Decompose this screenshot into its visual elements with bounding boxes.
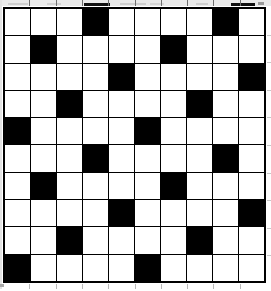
cell-r4c2-open[interactable] [31, 91, 56, 117]
cell-r8c3-open[interactable] [57, 200, 82, 226]
cell-r9c4-open[interactable] [83, 227, 108, 253]
cell-r8c8-open[interactable] [187, 200, 212, 226]
crossword-board-image [0, 0, 271, 291]
cell-r7c6-open[interactable] [135, 173, 160, 199]
tick-top-6 [161, 0, 162, 6]
cell-r10c1-block [5, 255, 30, 281]
cell-r10c9-open[interactable] [213, 255, 238, 281]
cell-r8c9-open[interactable] [213, 200, 238, 226]
strip-mark-7 [196, 3, 208, 5]
cell-r4c9-open[interactable] [213, 91, 238, 117]
cell-r10c8-open[interactable] [187, 255, 212, 281]
cell-r8c5-block [109, 200, 134, 226]
cell-r10c3-open[interactable] [57, 255, 82, 281]
tick-bottom-3 [82, 284, 83, 289]
cell-r8c4-open[interactable] [83, 200, 108, 226]
cell-r7c3-open[interactable] [57, 173, 82, 199]
cell-r7c2-block [31, 173, 56, 199]
tick-right-7 [267, 200, 271, 201]
tick-top-9 [240, 0, 241, 6]
cell-r1c7-open[interactable] [161, 9, 186, 35]
cell-r10c4-open[interactable] [83, 255, 108, 281]
tick-right-6 [267, 173, 271, 174]
tick-top-2 [56, 0, 57, 6]
cell-r3c4-open[interactable] [83, 64, 108, 90]
cell-r9c9-open[interactable] [213, 227, 238, 253]
cell-r4c1-open[interactable] [5, 91, 30, 117]
cell-r3c1-open[interactable] [5, 64, 30, 90]
cell-r6c6-open[interactable] [135, 145, 160, 171]
cell-r6c2-open[interactable] [31, 145, 56, 171]
cell-r7c9-open[interactable] [213, 173, 238, 199]
cell-r1c3-open[interactable] [57, 9, 82, 35]
strip-mark-4 [47, 3, 61, 5]
tick-bottom-6 [161, 284, 162, 289]
cell-r7c8-open[interactable] [187, 173, 212, 199]
cell-r2c6-open[interactable] [135, 36, 160, 62]
cell-r7c10-open[interactable] [239, 173, 264, 199]
tick-top-4 [108, 0, 109, 6]
cell-r9c5-open[interactable] [109, 227, 134, 253]
tick-right-9 [267, 255, 271, 256]
cell-r4c4-open[interactable] [83, 91, 108, 117]
cell-r3c3-open[interactable] [57, 64, 82, 90]
cell-r10c5-open[interactable] [109, 255, 134, 281]
cell-r4c10-open[interactable] [239, 91, 264, 117]
cell-r7c4-open[interactable] [83, 173, 108, 199]
tick-bottom-8 [213, 284, 214, 289]
tick-top-7 [187, 0, 188, 6]
left-edge-sliver [0, 0, 2, 289]
tick-right-8 [267, 228, 271, 229]
cell-r3c8-open[interactable] [187, 64, 212, 90]
strip-mark-1 [84, 3, 110, 6]
strip-mark-3 [8, 3, 28, 5]
cell-r7c5-open[interactable] [109, 173, 134, 199]
cell-r9c2-open[interactable] [31, 227, 56, 253]
cell-r5c10-open[interactable] [239, 118, 264, 144]
cell-r7c1-open[interactable] [5, 173, 30, 199]
cell-r1c8-open[interactable] [187, 9, 212, 35]
cell-r4c6-open[interactable] [135, 91, 160, 117]
cell-r5c4-open[interactable] [83, 118, 108, 144]
cell-r3c7-open[interactable] [161, 64, 186, 90]
cell-r6c7-open[interactable] [161, 145, 186, 171]
cell-r9c8-block [187, 227, 212, 253]
cell-r1c5-open[interactable] [109, 9, 134, 35]
cell-r4c8-block [187, 91, 212, 117]
cell-r2c1-open[interactable] [5, 36, 30, 62]
cell-r9c10-open[interactable] [239, 227, 264, 253]
cell-r1c4-block [83, 9, 108, 35]
cell-r1c10-open[interactable] [239, 9, 264, 35]
cell-r2c4-open[interactable] [83, 36, 108, 62]
cell-r6c9-block [213, 145, 238, 171]
cell-r9c6-open[interactable] [135, 227, 160, 253]
tick-bottom-7 [187, 284, 188, 289]
cell-r5c8-open[interactable] [187, 118, 212, 144]
strip-mark-8 [258, 2, 264, 5]
cell-r5c5-open[interactable] [109, 118, 134, 144]
tick-right-4 [267, 117, 271, 118]
cell-r5c9-open[interactable] [213, 118, 238, 144]
tick-top-3 [82, 0, 83, 6]
cell-r3c2-open[interactable] [31, 64, 56, 90]
cell-r2c8-open[interactable] [187, 36, 212, 62]
tick-bottom-9 [240, 284, 241, 289]
strip-mark-2 [231, 3, 255, 6]
cell-r6c4-block [83, 145, 108, 171]
cell-r8c2-open[interactable] [31, 200, 56, 226]
cell-r2c3-open[interactable] [57, 36, 82, 62]
cell-r9c3-block [57, 227, 82, 253]
cell-r6c1-open[interactable] [5, 145, 30, 171]
cell-r4c5-open[interactable] [109, 91, 134, 117]
cell-r2c7-block [161, 36, 186, 62]
cell-r1c9-block [213, 9, 238, 35]
tick-top-1 [29, 0, 30, 6]
tick-bottom-4 [108, 284, 109, 289]
cell-r8c10-block [239, 200, 264, 226]
tick-top-5 [135, 0, 136, 6]
cell-r10c2-open[interactable] [31, 255, 56, 281]
strip-mark-5 [120, 3, 146, 5]
tick-bottom-5 [135, 284, 136, 289]
cell-r6c8-open[interactable] [187, 145, 212, 171]
cell-r4c7-open[interactable] [161, 91, 186, 117]
crossword-grid [3, 7, 266, 283]
tick-bottom-1 [29, 284, 30, 289]
cell-r5c3-open[interactable] [57, 118, 82, 144]
cell-r6c3-open[interactable] [57, 145, 82, 171]
cell-r3c6-open[interactable] [135, 64, 160, 90]
tick-bottom-2 [56, 284, 57, 289]
tick-right-3 [267, 90, 271, 91]
tick-right-1 [267, 35, 271, 36]
cell-r3c10-block [239, 64, 264, 90]
cell-r8c1-open[interactable] [5, 200, 30, 226]
cell-r5c2-open[interactable] [31, 118, 56, 144]
cell-r5c6-block [135, 118, 160, 144]
cell-r1c2-open[interactable] [31, 9, 56, 35]
cell-r2c5-open[interactable] [109, 36, 134, 62]
cell-r3c5-block [109, 64, 134, 90]
cell-r4c3-block [57, 91, 82, 117]
cell-r10c10-open[interactable] [239, 255, 264, 281]
cell-r5c1-block [5, 118, 30, 144]
tick-top-8 [213, 0, 214, 6]
tick-right-5 [267, 145, 271, 146]
cell-r1c1-open[interactable] [5, 9, 30, 35]
cell-r10c6-block [135, 255, 160, 281]
cell-r5c7-open[interactable] [161, 118, 186, 144]
cell-r2c10-open[interactable] [239, 36, 264, 62]
cell-r3c9-open[interactable] [213, 64, 238, 90]
cell-r2c2-block [31, 36, 56, 62]
tick-right-2 [267, 62, 271, 63]
cell-r2c9-open[interactable] [213, 36, 238, 62]
cell-r10c7-open[interactable] [161, 255, 186, 281]
cell-r6c10-open[interactable] [239, 145, 264, 171]
cell-r7c7-block [161, 173, 186, 199]
cell-r9c1-open[interactable] [5, 227, 30, 253]
cell-r8c6-open[interactable] [135, 200, 160, 226]
cell-r9c7-open[interactable] [161, 227, 186, 253]
cell-r6c5-open[interactable] [109, 145, 134, 171]
bottom-left-corner-mark [0, 284, 4, 287]
cell-r8c7-open[interactable] [161, 200, 186, 226]
cell-r1c6-open[interactable] [135, 9, 160, 35]
